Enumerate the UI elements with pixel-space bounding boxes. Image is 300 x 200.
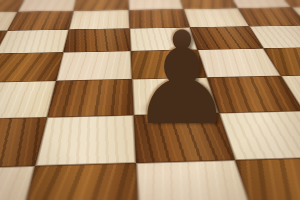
board-square bbox=[56, 51, 132, 81]
board-square bbox=[69, 10, 130, 30]
board-square bbox=[7, 11, 73, 31]
board-square bbox=[63, 28, 130, 52]
board-square bbox=[35, 115, 136, 166]
board-square bbox=[18, 163, 139, 200]
board-square bbox=[238, 7, 300, 26]
board-square bbox=[0, 30, 69, 54]
board-square bbox=[47, 79, 134, 117]
board-square bbox=[0, 52, 63, 82]
black-pawn: ♟ bbox=[130, 15, 207, 143]
chessboard-photo: ♟ bbox=[0, 0, 300, 200]
